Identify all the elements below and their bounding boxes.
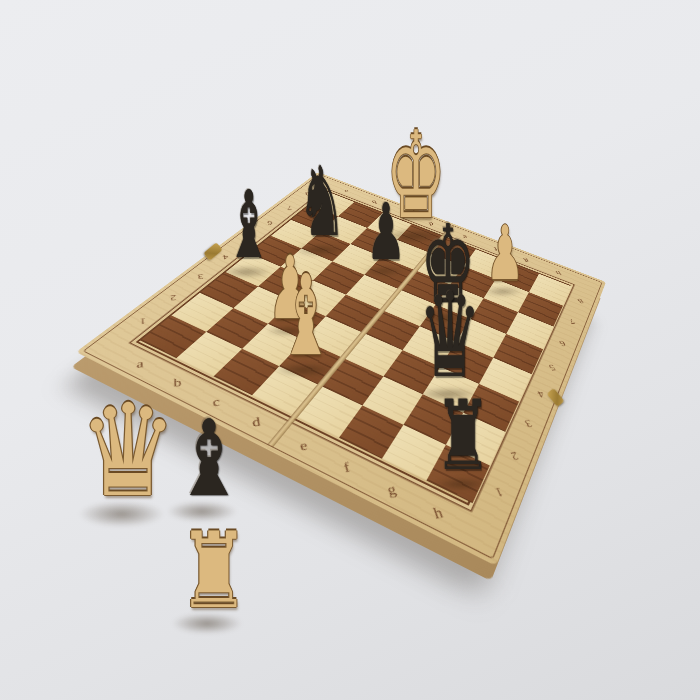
file-label-e: e bbox=[277, 432, 331, 462]
piece-black-rook-h1[interactable]: ♜ bbox=[434, 388, 491, 484]
file-label-g: g bbox=[363, 474, 420, 508]
piece-black-bishop-table[interactable]: ♝ bbox=[173, 406, 245, 511]
piece-black-queen-g3[interactable]: ♛ bbox=[419, 277, 482, 394]
rank-label-7: 7 bbox=[555, 308, 590, 335]
piece-black-bishop-a4[interactable]: ♝ bbox=[225, 179, 272, 272]
photo-backdrop: abcdefgh abcdefgh 87654321 87654321 ♚♟♞♝… bbox=[0, 0, 700, 700]
piece-white-pawn-g7[interactable]: ♟ bbox=[486, 216, 524, 291]
piece-black-pawn-d6[interactable]: ♟ bbox=[366, 193, 406, 271]
file-label-h: h bbox=[409, 496, 467, 532]
rank-label-8: 8 bbox=[564, 289, 598, 314]
piece-white-queen-table[interactable]: ♛ bbox=[78, 387, 177, 515]
piece-white-bishop-d2[interactable]: ♝ bbox=[278, 259, 334, 370]
file-label-f: f bbox=[319, 452, 374, 484]
piece-white-rook-table[interactable]: ♜ bbox=[178, 518, 250, 623]
file-label-a: a bbox=[114, 353, 165, 377]
